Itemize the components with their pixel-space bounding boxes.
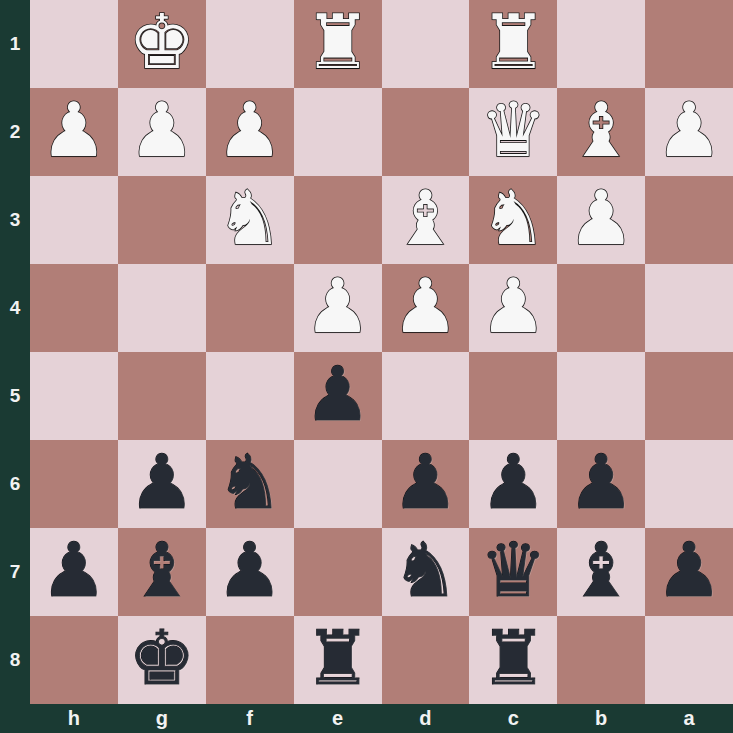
square-f3[interactable]: ♞ (206, 176, 294, 264)
square-b4[interactable] (557, 264, 645, 352)
white-knight-f3[interactable]: ♞ (216, 181, 283, 256)
square-f2[interactable]: ♟ (206, 88, 294, 176)
black-pawn-h7[interactable]: ♟ (40, 533, 107, 608)
square-h2[interactable]: ♟ (30, 88, 118, 176)
black-pawn-b6[interactable]: ♟ (568, 445, 635, 520)
rank-label-7: 7 (0, 528, 30, 616)
file-label-b: b (557, 704, 645, 733)
square-g4[interactable] (118, 264, 206, 352)
white-pawn-h2[interactable]: ♟ (40, 93, 107, 168)
square-h6[interactable] (30, 440, 118, 528)
rank-labels-column: 12345678 (0, 0, 30, 704)
white-knight-c3[interactable]: ♞ (480, 181, 547, 256)
black-pawn-d6[interactable]: ♟ (392, 445, 459, 520)
square-e2[interactable] (294, 88, 382, 176)
rank-label-3: 3 (0, 176, 30, 264)
square-h5[interactable] (30, 352, 118, 440)
square-g1[interactable]: ♚ (118, 0, 206, 88)
square-h7[interactable]: ♟ (30, 528, 118, 616)
square-d2[interactable] (382, 88, 470, 176)
square-a8[interactable] (645, 616, 733, 704)
square-b5[interactable] (557, 352, 645, 440)
black-knight-f6[interactable]: ♞ (216, 445, 283, 520)
square-b6[interactable]: ♟ (557, 440, 645, 528)
square-d3[interactable]: ♝ (382, 176, 470, 264)
file-label-d: d (382, 704, 470, 733)
square-a2[interactable]: ♟ (645, 88, 733, 176)
square-c5[interactable] (469, 352, 557, 440)
black-pawn-c6[interactable]: ♟ (480, 445, 547, 520)
rank-label-1: 1 (0, 0, 30, 88)
square-g6[interactable]: ♟ (118, 440, 206, 528)
white-queen-c2[interactable]: ♛ (480, 93, 547, 168)
square-b3[interactable]: ♟ (557, 176, 645, 264)
black-rook-c8[interactable]: ♜ (480, 621, 547, 696)
square-g3[interactable] (118, 176, 206, 264)
square-h3[interactable] (30, 176, 118, 264)
square-e8[interactable]: ♜ (294, 616, 382, 704)
square-e6[interactable] (294, 440, 382, 528)
rank-label-4: 4 (0, 264, 30, 352)
square-d6[interactable]: ♟ (382, 440, 470, 528)
square-c2[interactable]: ♛ (469, 88, 557, 176)
white-pawn-e4[interactable]: ♟ (304, 269, 371, 344)
square-g8[interactable]: ♚ (118, 616, 206, 704)
black-knight-d7[interactable]: ♞ (392, 533, 459, 608)
square-c3[interactable]: ♞ (469, 176, 557, 264)
square-a3[interactable] (645, 176, 733, 264)
black-king-g8[interactable]: ♚ (128, 621, 195, 696)
square-d7[interactable]: ♞ (382, 528, 470, 616)
square-f1[interactable] (206, 0, 294, 88)
square-f5[interactable] (206, 352, 294, 440)
chess-board-frame: 12345678 ♚♜♜♟♟♟♛♝♟♞♝♞♟♟♟♟♟♟♞♟♟♟♟♝♟♞♛♝♟♚♜… (0, 0, 733, 733)
file-label-h: h (30, 704, 118, 733)
white-pawn-f2[interactable]: ♟ (216, 93, 283, 168)
chess-board: ♚♜♜♟♟♟♛♝♟♞♝♞♟♟♟♟♟♟♞♟♟♟♟♝♟♞♛♝♟♚♜♜ (30, 0, 733, 704)
square-a5[interactable] (645, 352, 733, 440)
square-b7[interactable]: ♝ (557, 528, 645, 616)
square-b1[interactable] (557, 0, 645, 88)
square-c4[interactable]: ♟ (469, 264, 557, 352)
black-bishop-g7[interactable]: ♝ (128, 533, 195, 608)
square-h1[interactable] (30, 0, 118, 88)
rank-label-8: 8 (0, 616, 30, 704)
black-pawn-a7[interactable]: ♟ (655, 533, 722, 608)
square-f6[interactable]: ♞ (206, 440, 294, 528)
square-c8[interactable]: ♜ (469, 616, 557, 704)
black-queen-c7[interactable]: ♛ (480, 533, 547, 608)
white-bishop-b2[interactable]: ♝ (568, 93, 635, 168)
white-pawn-c4[interactable]: ♟ (480, 269, 547, 344)
file-label-f: f (206, 704, 294, 733)
square-d1[interactable] (382, 0, 470, 88)
square-f8[interactable] (206, 616, 294, 704)
square-e1[interactable]: ♜ (294, 0, 382, 88)
square-g5[interactable] (118, 352, 206, 440)
white-rook-c1[interactable]: ♜ (480, 5, 547, 80)
square-e4[interactable]: ♟ (294, 264, 382, 352)
white-bishop-d3[interactable]: ♝ (392, 181, 459, 256)
white-pawn-a2[interactable]: ♟ (655, 93, 722, 168)
square-a1[interactable] (645, 0, 733, 88)
white-king-g1[interactable]: ♚ (128, 5, 195, 80)
square-b2[interactable]: ♝ (557, 88, 645, 176)
square-c7[interactable]: ♛ (469, 528, 557, 616)
black-bishop-b7[interactable]: ♝ (568, 533, 635, 608)
square-d8[interactable] (382, 616, 470, 704)
black-pawn-g6[interactable]: ♟ (128, 445, 195, 520)
file-labels-row: hgfedcba (30, 704, 733, 733)
file-label-c: c (469, 704, 557, 733)
rank-label-2: 2 (0, 88, 30, 176)
black-rook-e8[interactable]: ♜ (304, 621, 371, 696)
square-e5[interactable]: ♟ (294, 352, 382, 440)
rank-label-5: 5 (0, 352, 30, 440)
white-pawn-d4[interactable]: ♟ (392, 269, 459, 344)
square-a4[interactable] (645, 264, 733, 352)
file-label-g: g (118, 704, 206, 733)
square-c1[interactable]: ♜ (469, 0, 557, 88)
square-h4[interactable] (30, 264, 118, 352)
square-f4[interactable] (206, 264, 294, 352)
square-g7[interactable]: ♝ (118, 528, 206, 616)
white-pawn-b3[interactable]: ♟ (568, 181, 635, 256)
square-d4[interactable]: ♟ (382, 264, 470, 352)
black-pawn-f7[interactable]: ♟ (216, 533, 283, 608)
file-label-a: a (645, 704, 733, 733)
white-pawn-g2[interactable]: ♟ (128, 93, 195, 168)
square-g2[interactable]: ♟ (118, 88, 206, 176)
square-a6[interactable] (645, 440, 733, 528)
square-h8[interactable] (30, 616, 118, 704)
rank-label-6: 6 (0, 440, 30, 528)
white-rook-e1[interactable]: ♜ (304, 5, 371, 80)
black-pawn-e5[interactable]: ♟ (304, 357, 371, 432)
square-e7[interactable] (294, 528, 382, 616)
square-b8[interactable] (557, 616, 645, 704)
square-d5[interactable] (382, 352, 470, 440)
square-a7[interactable]: ♟ (645, 528, 733, 616)
square-e3[interactable] (294, 176, 382, 264)
square-c6[interactable]: ♟ (469, 440, 557, 528)
square-f7[interactable]: ♟ (206, 528, 294, 616)
file-label-e: e (294, 704, 382, 733)
